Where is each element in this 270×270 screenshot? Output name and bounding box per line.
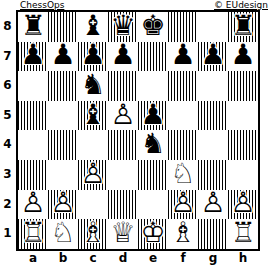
square-d4[interactable] [108, 130, 138, 160]
piece-white-pawn: ♙ [200, 189, 225, 217]
square-b1[interactable]: ♞♘ [48, 219, 78, 249]
chess-diagram: ChessOps © EUdesign ♜♜♝♝♛♛♚♚♜♜♟♟♟♟♟♟♟♟♟♟… [0, 0, 270, 270]
square-e1[interactable]: ♚♔ [138, 219, 168, 249]
square-c6[interactable]: ♞♞ [78, 71, 108, 101]
square-g7[interactable]: ♟♟ [198, 42, 228, 72]
square-b6[interactable] [48, 71, 78, 101]
piece-white-king: ♔ [140, 219, 165, 247]
file-label-g: g [198, 251, 228, 265]
file-label-a: a [18, 251, 48, 265]
chess-board: ♜♜♝♝♛♛♚♚♜♜♟♟♟♟♟♟♟♟♟♟♟♟♟♟♞♞♝♝♟♙♟♟♞♞♟♙♞♘♟♙… [16, 10, 260, 251]
piece-black-pawn: ♟ [140, 100, 165, 128]
file-label-d: d [108, 251, 138, 265]
square-a8[interactable]: ♜♜ [18, 12, 48, 42]
square-d6[interactable] [108, 71, 138, 101]
square-e3[interactable] [138, 160, 168, 190]
square-g6[interactable] [198, 71, 228, 101]
square-d7[interactable]: ♟♟ [108, 42, 138, 72]
square-h8[interactable]: ♜♜ [228, 12, 258, 42]
file-label-c: c [78, 251, 108, 265]
square-g8[interactable] [198, 12, 228, 42]
square-c7[interactable]: ♟♟ [78, 42, 108, 72]
square-h2[interactable]: ♟♙ [228, 190, 258, 220]
piece-black-rook: ♜ [230, 12, 255, 40]
square-d1[interactable]: ♛♕ [108, 219, 138, 249]
rank-label-6: 6 [0, 71, 15, 101]
square-a6[interactable] [18, 71, 48, 101]
piece-white-knight: ♘ [170, 160, 195, 188]
square-h7[interactable]: ♟♟ [228, 42, 258, 72]
square-a2[interactable]: ♟♙ [18, 190, 48, 220]
piece-white-rook: ♖ [230, 219, 255, 247]
square-g3[interactable] [198, 160, 228, 190]
square-c3[interactable]: ♟♙ [78, 160, 108, 190]
rank-label-2: 2 [0, 190, 15, 220]
file-label-h: h [228, 251, 258, 265]
square-h4[interactable] [228, 130, 258, 160]
square-h3[interactable] [228, 160, 258, 190]
piece-white-bishop: ♗ [80, 219, 105, 247]
piece-black-pawn: ♟ [80, 41, 105, 69]
piece-black-knight: ♞ [80, 71, 105, 99]
square-b2[interactable]: ♟♙ [48, 190, 78, 220]
piece-white-pawn: ♙ [20, 189, 45, 217]
square-g1[interactable] [198, 219, 228, 249]
square-b4[interactable] [48, 130, 78, 160]
piece-black-pawn: ♟ [110, 41, 135, 69]
piece-white-pawn: ♙ [170, 189, 195, 217]
piece-black-pawn: ♟ [170, 41, 195, 69]
square-c4[interactable] [78, 130, 108, 160]
square-b7[interactable]: ♟♟ [48, 42, 78, 72]
rank-label-3: 3 [0, 160, 15, 190]
rank-label-5: 5 [0, 101, 15, 131]
square-e2[interactable] [138, 190, 168, 220]
piece-white-queen: ♕ [110, 219, 135, 247]
square-c2[interactable] [78, 190, 108, 220]
piece-black-rook: ♜ [20, 12, 45, 40]
piece-black-pawn: ♟ [50, 41, 75, 69]
file-label-f: f [168, 251, 198, 265]
piece-white-rook: ♖ [20, 219, 45, 247]
piece-white-pawn: ♙ [230, 189, 255, 217]
square-f8[interactable] [168, 12, 198, 42]
piece-black-pawn: ♟ [230, 41, 255, 69]
square-a3[interactable] [18, 160, 48, 190]
square-f4[interactable] [168, 130, 198, 160]
piece-black-king: ♚ [140, 12, 165, 40]
square-d8[interactable]: ♛♛ [108, 12, 138, 42]
square-a4[interactable] [18, 130, 48, 160]
square-f6[interactable] [168, 71, 198, 101]
square-d3[interactable] [108, 160, 138, 190]
square-g2[interactable]: ♟♙ [198, 190, 228, 220]
piece-white-knight: ♘ [50, 219, 75, 247]
square-f3[interactable]: ♞♘ [168, 160, 198, 190]
square-c1[interactable]: ♝♗ [78, 219, 108, 249]
square-h6[interactable] [228, 71, 258, 101]
square-g5[interactable] [198, 101, 228, 131]
rank-label-7: 7 [0, 42, 15, 72]
square-h1[interactable]: ♜♖ [228, 219, 258, 249]
rank-label-8: 8 [0, 12, 15, 42]
square-f7[interactable]: ♟♟ [168, 42, 198, 72]
piece-black-queen: ♛ [110, 12, 135, 40]
square-g4[interactable] [198, 130, 228, 160]
square-e5[interactable]: ♟♟ [138, 101, 168, 131]
square-b8[interactable] [48, 12, 78, 42]
square-c8[interactable]: ♝♝ [78, 12, 108, 42]
square-e6[interactable] [138, 71, 168, 101]
square-c5[interactable]: ♝♝ [78, 101, 108, 131]
rank-label-4: 4 [0, 130, 15, 160]
square-f5[interactable] [168, 101, 198, 131]
square-d2[interactable] [108, 190, 138, 220]
square-a1[interactable]: ♜♖ [18, 219, 48, 249]
square-e4[interactable]: ♞♞ [138, 130, 168, 160]
piece-black-pawn: ♟ [200, 41, 225, 69]
piece-white-pawn: ♙ [80, 160, 105, 188]
square-f1[interactable]: ♝♗ [168, 219, 198, 249]
square-e8[interactable]: ♚♚ [138, 12, 168, 42]
square-a7[interactable]: ♟♟ [18, 42, 48, 72]
square-b5[interactable] [48, 101, 78, 131]
piece-white-pawn: ♙ [110, 100, 135, 128]
piece-black-knight: ♞ [140, 130, 165, 158]
piece-black-bishop: ♝ [80, 100, 105, 128]
piece-white-bishop: ♗ [170, 219, 195, 247]
piece-black-pawn: ♟ [20, 41, 45, 69]
square-h5[interactable] [228, 101, 258, 131]
file-label-e: e [138, 251, 168, 265]
piece-black-bishop: ♝ [80, 12, 105, 40]
square-f2[interactable]: ♟♙ [168, 190, 198, 220]
square-b3[interactable] [48, 160, 78, 190]
rank-label-1: 1 [0, 219, 15, 249]
square-a5[interactable] [18, 101, 48, 131]
file-label-b: b [48, 251, 78, 265]
piece-white-pawn: ♙ [50, 189, 75, 217]
square-d5[interactable]: ♟♙ [108, 101, 138, 131]
square-e7[interactable] [138, 42, 168, 72]
